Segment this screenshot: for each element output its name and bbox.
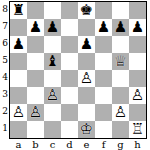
white-queen-g5[interactable]: ♕: [112, 53, 129, 70]
square-e7[interactable]: [78, 19, 95, 36]
square-e6[interactable]: ♟: [78, 36, 95, 53]
square-h4[interactable]: [129, 70, 146, 87]
square-c8[interactable]: [44, 2, 61, 19]
file-label-c: c: [44, 139, 61, 150]
white-pawn-h3[interactable]: ♙: [129, 87, 146, 104]
black-bishop-c5[interactable]: ♝: [44, 53, 61, 70]
square-a8[interactable]: ♜: [10, 2, 27, 19]
square-b5[interactable]: [27, 53, 44, 70]
file-label-d: d: [61, 139, 78, 150]
square-d5[interactable]: [61, 53, 78, 70]
square-d4[interactable]: [61, 70, 78, 87]
square-b1[interactable]: [27, 121, 44, 138]
file-label-h: h: [129, 139, 146, 150]
square-d3[interactable]: [61, 87, 78, 104]
black-pawn-f7[interactable]: ♟: [95, 19, 112, 36]
square-e8[interactable]: ♚: [78, 2, 95, 19]
square-a2[interactable]: ♙: [10, 104, 27, 121]
square-c6[interactable]: [44, 36, 61, 53]
chess-board: ♜♚♟♟♟♟♟♟♟♝♕♙♙♙♙♙♙♔♖: [9, 1, 147, 139]
rank-label-8: 8: [0, 1, 8, 18]
square-h6[interactable]: [129, 36, 146, 53]
square-c3[interactable]: ♙: [44, 87, 61, 104]
square-f3[interactable]: [95, 87, 112, 104]
square-c4[interactable]: [44, 70, 61, 87]
rank-label-3: 3: [0, 86, 8, 103]
square-d8[interactable]: [61, 2, 78, 19]
rank-label-1: 1: [0, 120, 8, 137]
square-f4[interactable]: [95, 70, 112, 87]
square-e1[interactable]: ♔: [78, 121, 95, 138]
square-e3[interactable]: [78, 87, 95, 104]
square-h8[interactable]: [129, 2, 146, 19]
white-pawn-g2[interactable]: ♙: [112, 104, 129, 121]
rank-label-6: 6: [0, 35, 8, 52]
square-h1[interactable]: ♖: [129, 121, 146, 138]
square-c2[interactable]: [44, 104, 61, 121]
file-label-g: g: [112, 139, 129, 150]
square-f5[interactable]: [95, 53, 112, 70]
square-g2[interactable]: ♙: [112, 104, 129, 121]
square-a3[interactable]: [10, 87, 27, 104]
square-e4[interactable]: ♙: [78, 70, 95, 87]
rank-label-7: 7: [0, 18, 8, 35]
square-c1[interactable]: [44, 121, 61, 138]
rank-label-2: 2: [0, 103, 8, 120]
square-g1[interactable]: [112, 121, 129, 138]
black-rook-a8[interactable]: ♜: [10, 2, 27, 19]
white-king-e1[interactable]: ♔: [78, 121, 95, 138]
square-c5[interactable]: ♝: [44, 53, 61, 70]
square-f2[interactable]: [95, 104, 112, 121]
square-g3[interactable]: [112, 87, 129, 104]
rank-label-5: 5: [0, 52, 8, 69]
white-rook-h1[interactable]: ♖: [129, 121, 146, 138]
square-h2[interactable]: [129, 104, 146, 121]
white-pawn-a2[interactable]: ♙: [10, 104, 27, 121]
square-f8[interactable]: [95, 2, 112, 19]
square-e5[interactable]: [78, 53, 95, 70]
square-a7[interactable]: [10, 19, 27, 36]
square-e2[interactable]: [78, 104, 95, 121]
square-f6[interactable]: [95, 36, 112, 53]
square-a6[interactable]: ♟: [10, 36, 27, 53]
square-b4[interactable]: [27, 70, 44, 87]
square-g6[interactable]: [112, 36, 129, 53]
white-pawn-b2[interactable]: ♙: [27, 104, 44, 121]
black-pawn-g7[interactable]: ♟: [112, 19, 129, 36]
square-d6[interactable]: [61, 36, 78, 53]
black-pawn-b7[interactable]: ♟: [27, 19, 44, 36]
white-pawn-c3[interactable]: ♙: [44, 87, 61, 104]
square-h5[interactable]: [129, 53, 146, 70]
file-label-a: a: [10, 139, 27, 150]
black-king-e8[interactable]: ♚: [78, 2, 95, 19]
square-g7[interactable]: ♟: [112, 19, 129, 36]
square-f7[interactable]: ♟: [95, 19, 112, 36]
square-d1[interactable]: [61, 121, 78, 138]
black-pawn-h7[interactable]: ♟: [129, 19, 146, 36]
square-b2[interactable]: ♙: [27, 104, 44, 121]
square-a5[interactable]: [10, 53, 27, 70]
square-a1[interactable]: [10, 121, 27, 138]
square-b7[interactable]: ♟: [27, 19, 44, 36]
square-d2[interactable]: [61, 104, 78, 121]
black-pawn-a6[interactable]: ♟: [10, 36, 27, 53]
file-label-e: e: [78, 139, 95, 150]
square-g5[interactable]: ♕: [112, 53, 129, 70]
square-b6[interactable]: [27, 36, 44, 53]
rank-label-4: 4: [0, 69, 8, 86]
chess-diagram: ♜♚♟♟♟♟♟♟♟♝♕♙♙♙♙♙♙♔♖ 87654321abcdefgh: [0, 0, 150, 150]
file-label-b: b: [27, 139, 44, 150]
square-c7[interactable]: ♟: [44, 19, 61, 36]
square-b3[interactable]: [27, 87, 44, 104]
square-f1[interactable]: [95, 121, 112, 138]
square-g8[interactable]: [112, 2, 129, 19]
black-pawn-c7[interactable]: ♟: [44, 19, 61, 36]
square-g4[interactable]: [112, 70, 129, 87]
file-label-f: f: [95, 139, 112, 150]
white-pawn-e4[interactable]: ♙: [78, 70, 95, 87]
square-d7[interactable]: [61, 19, 78, 36]
square-h3[interactable]: ♙: [129, 87, 146, 104]
square-h7[interactable]: ♟: [129, 19, 146, 36]
square-a4[interactable]: [10, 70, 27, 87]
black-pawn-e6[interactable]: ♟: [78, 36, 95, 53]
square-b8[interactable]: [27, 2, 44, 19]
